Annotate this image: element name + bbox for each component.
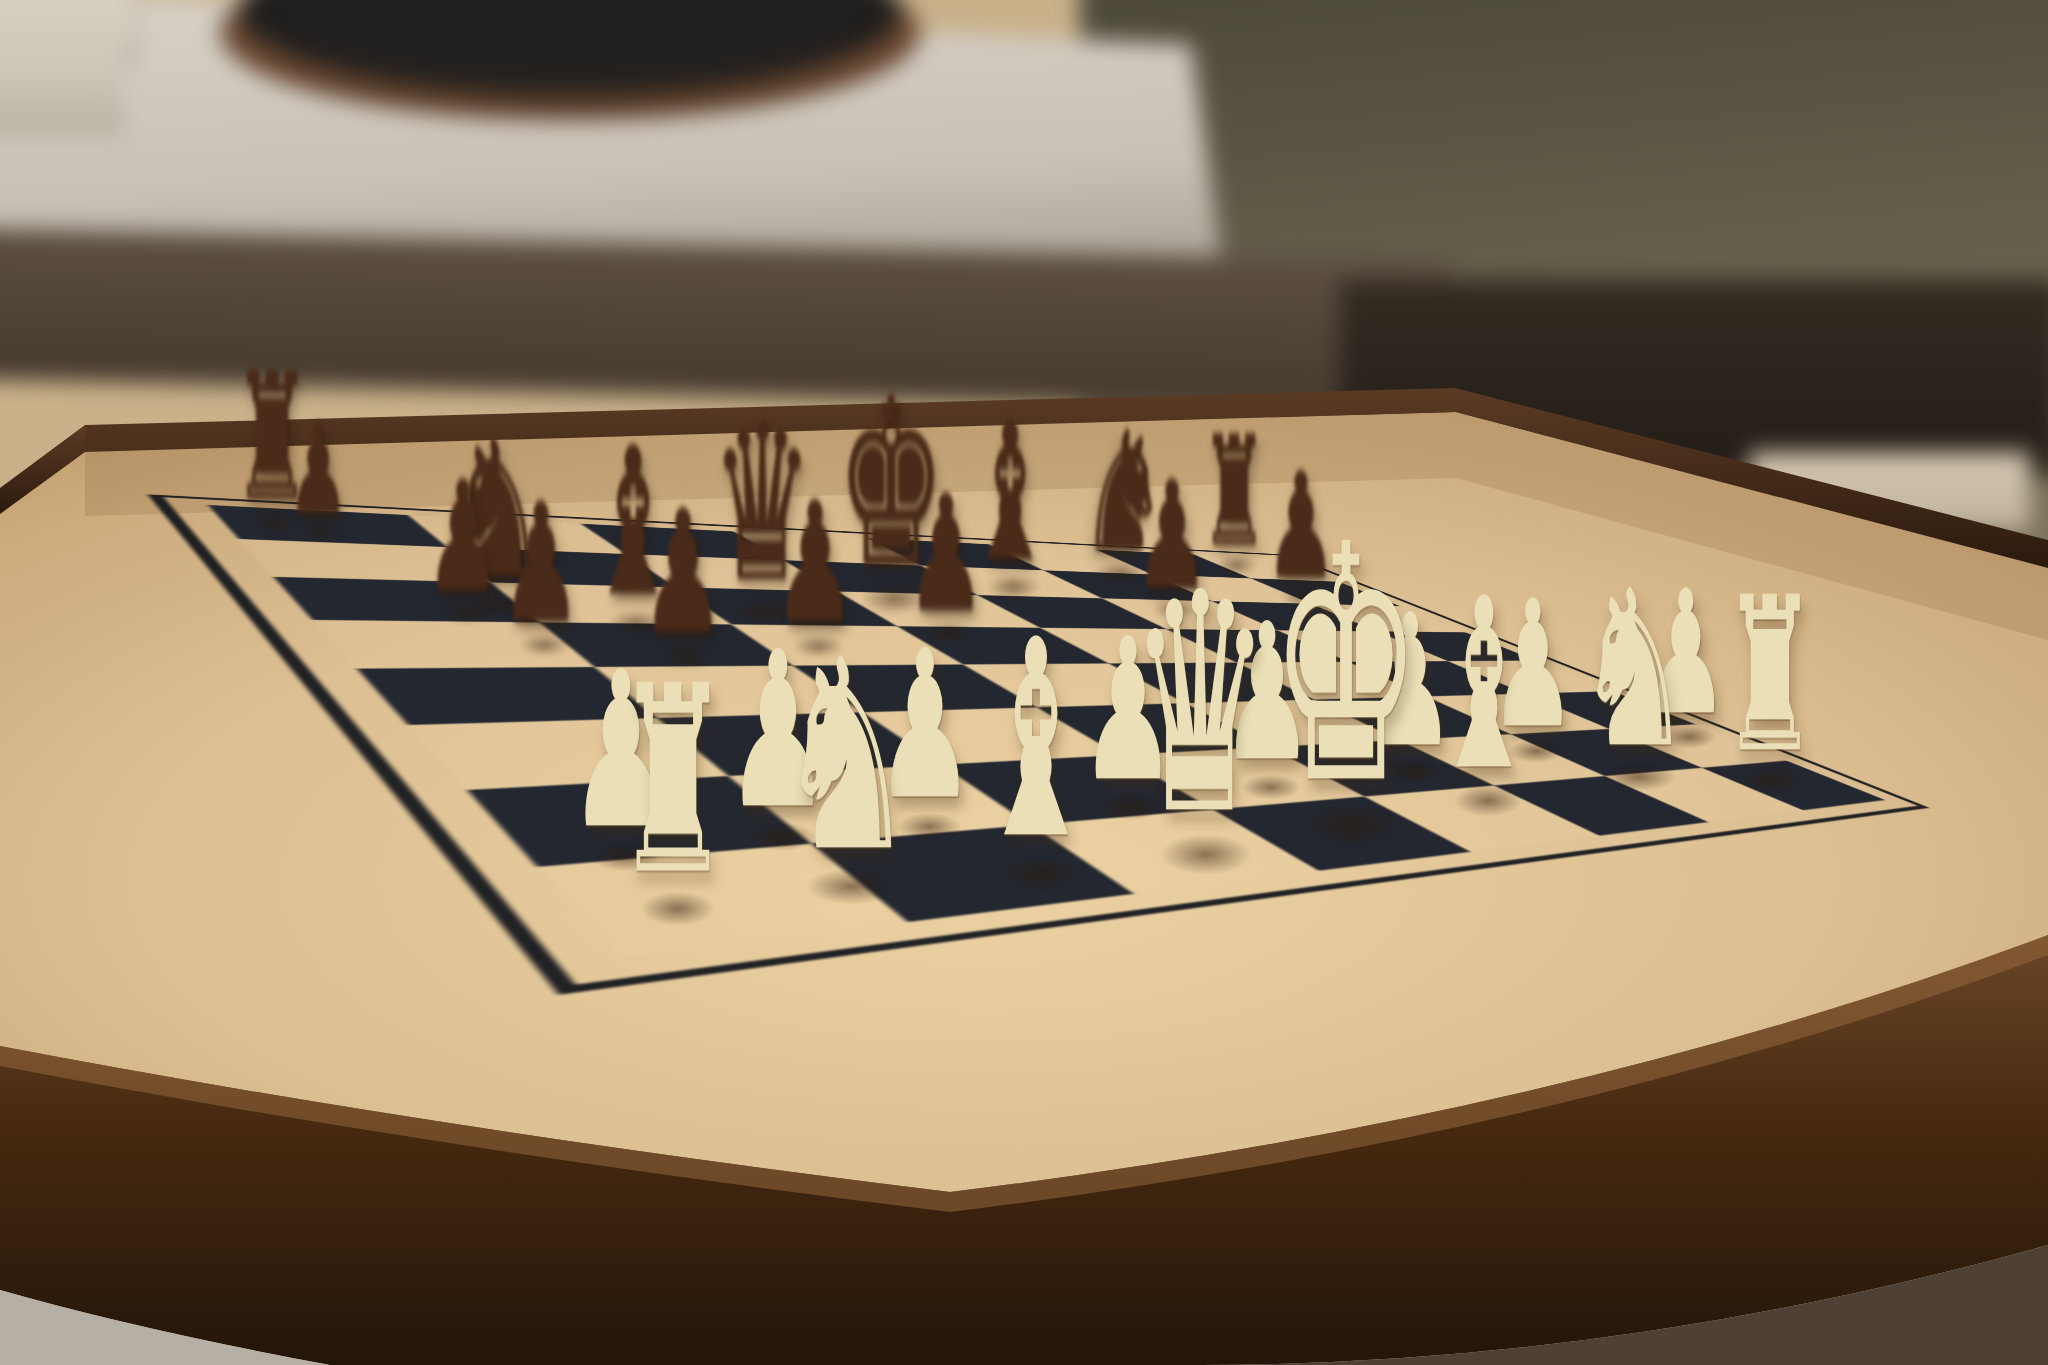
piece-white-queen-d1: ♛ bbox=[1129, 553, 1270, 856]
piece-white-king-e1: ♚ bbox=[1270, 502, 1422, 828]
piece-black-pawn-c7: ♟ bbox=[501, 482, 582, 646]
piece-black-pawn-a7: ♟ bbox=[287, 408, 348, 532]
piece-black-pawn-b7: ♟ bbox=[425, 461, 500, 614]
piece-white-bishop-f1: ♝ bbox=[1431, 567, 1536, 802]
piece-white-rook-a1: ♜ bbox=[615, 652, 731, 910]
photo-stage: ♜♟♜♞♝♟♚♞♟♛♟♝♟♟♟♟♟♟♟♞♜♟♝♟♚♟♟♛♟♝♞♜ bbox=[0, 0, 2048, 1365]
piece-white-bishop-c1: ♝ bbox=[975, 604, 1097, 876]
piece-white-knight-g1: ♞ bbox=[1576, 562, 1692, 778]
piece-white-rook-h1: ♜ bbox=[1722, 569, 1817, 782]
piece-white-knight-b1: ♞ bbox=[775, 625, 916, 888]
